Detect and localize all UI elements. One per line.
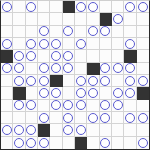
circle-mark	[63, 100, 73, 110]
cell-r11c10[interactable]	[124, 137, 136, 149]
cell-r10c4[interactable]	[50, 124, 62, 136]
circle-mark	[125, 39, 135, 49]
cell-r9c6[interactable]	[75, 112, 87, 124]
circle-mark	[39, 88, 49, 98]
black-cell-r6c4	[50, 75, 62, 87]
circle-mark	[14, 125, 24, 135]
circle-mark	[88, 2, 98, 12]
cell-r6c2[interactable]	[26, 75, 38, 87]
circle-mark	[14, 138, 24, 148]
cell-r5c6[interactable]	[75, 63, 87, 75]
cell-r8c10[interactable]	[124, 100, 136, 112]
circle-mark	[76, 76, 86, 86]
cell-r7c5[interactable]	[63, 87, 75, 99]
cell-r11c0[interactable]	[1, 137, 13, 149]
cell-r11c2[interactable]	[26, 137, 38, 149]
cell-r11c1[interactable]	[13, 137, 25, 149]
cell-r10c5[interactable]	[63, 124, 75, 136]
circle-mark	[51, 100, 61, 110]
cell-r9c3[interactable]	[38, 112, 50, 124]
cell-r5c10[interactable]	[124, 63, 136, 75]
circle-mark	[26, 2, 36, 12]
cell-r4c6[interactable]	[75, 50, 87, 62]
cell-r3c6[interactable]	[75, 38, 87, 50]
cell-r3c4[interactable]	[50, 38, 62, 50]
cell-r6c7[interactable]	[87, 75, 99, 87]
cell-r7c6[interactable]	[75, 87, 87, 99]
cell-r8c7[interactable]	[87, 100, 99, 112]
circle-mark	[14, 76, 24, 86]
cell-r3c0[interactable]	[1, 38, 13, 50]
cell-r5c4[interactable]	[50, 63, 62, 75]
cell-r9c4[interactable]	[50, 112, 62, 124]
cell-r2c1[interactable]	[13, 26, 25, 38]
circle-mark	[39, 76, 49, 86]
cell-r8c4[interactable]	[50, 100, 62, 112]
cell-r9c5[interactable]	[63, 112, 75, 124]
cell-r5c5[interactable]	[63, 63, 75, 75]
cell-r11c4[interactable]	[50, 137, 62, 149]
cell-r8c6[interactable]	[75, 100, 87, 112]
cell-r2c9[interactable]	[112, 26, 124, 38]
circle-mark	[39, 138, 49, 148]
cell-r8c1[interactable]	[13, 100, 25, 112]
circle-mark	[113, 100, 123, 110]
cell-r0c9[interactable]	[112, 1, 124, 13]
circle-mark	[100, 138, 110, 148]
cell-r0c6[interactable]	[75, 1, 87, 13]
cell-r1c3[interactable]	[38, 13, 50, 25]
cell-r8c2[interactable]	[26, 100, 38, 112]
black-cell-r1c8	[100, 13, 112, 25]
circle-mark	[26, 39, 36, 49]
circle-mark	[100, 113, 110, 123]
cell-r10c9[interactable]	[112, 124, 124, 136]
cell-r9c11[interactable]	[137, 112, 149, 124]
cell-r11c3[interactable]	[38, 137, 50, 149]
cell-r11c9[interactable]	[112, 137, 124, 149]
circle-mark	[138, 76, 148, 86]
black-cell-r10c3	[38, 124, 50, 136]
cell-r1c11[interactable]	[137, 13, 149, 25]
circle-mark	[2, 2, 12, 12]
cell-r1c10[interactable]	[124, 13, 136, 25]
cell-r4c11[interactable]	[137, 50, 149, 62]
cell-r2c2[interactable]	[26, 26, 38, 38]
cell-r6c10[interactable]	[124, 75, 136, 87]
cell-r0c7[interactable]	[87, 1, 99, 13]
circle-mark	[113, 63, 123, 73]
cell-r9c10[interactable]	[124, 112, 136, 124]
circle-mark	[2, 39, 12, 49]
circle-mark	[39, 113, 49, 123]
cell-r5c3[interactable]	[38, 63, 50, 75]
cell-r1c0[interactable]	[1, 13, 13, 25]
cell-r9c9[interactable]	[112, 112, 124, 124]
cell-r9c0[interactable]	[1, 112, 13, 124]
black-cell-r4c10	[124, 50, 136, 62]
circle-mark	[39, 26, 49, 36]
circle-mark	[63, 125, 73, 135]
cell-r7c8[interactable]	[100, 87, 112, 99]
circle-mark	[51, 88, 61, 98]
cell-r9c7[interactable]	[87, 112, 99, 124]
circle-mark	[88, 88, 98, 98]
cell-r6c0[interactable]	[1, 75, 13, 87]
cell-r5c9[interactable]	[112, 63, 124, 75]
circle-mark	[14, 63, 24, 73]
cell-r3c3[interactable]	[38, 38, 50, 50]
cell-r8c8[interactable]	[100, 100, 112, 112]
circle-mark	[76, 39, 86, 49]
cell-r2c10[interactable]	[124, 26, 136, 38]
cell-r8c0[interactable]	[1, 100, 13, 112]
cell-r6c1[interactable]	[13, 75, 25, 87]
circle-mark	[76, 125, 86, 135]
circle-mark	[125, 113, 135, 123]
cell-r7c10[interactable]	[124, 87, 136, 99]
cell-r5c11[interactable]	[137, 63, 149, 75]
circle-mark	[76, 88, 86, 98]
cell-r2c5[interactable]	[63, 26, 75, 38]
cell-r9c2[interactable]	[26, 112, 38, 124]
cell-r4c7[interactable]	[87, 50, 99, 62]
cell-r5c1[interactable]	[13, 63, 25, 75]
circle-mark	[26, 100, 36, 110]
circle-mark	[88, 26, 98, 36]
cell-r4c8[interactable]	[100, 50, 112, 62]
cell-r7c4[interactable]	[50, 87, 62, 99]
cell-r0c0[interactable]	[1, 1, 13, 13]
cell-r3c5[interactable]	[63, 38, 75, 50]
cell-r0c4[interactable]	[50, 1, 62, 13]
circle-mark	[39, 63, 49, 73]
circle-mark	[138, 113, 148, 123]
circle-mark	[26, 51, 36, 61]
cell-r8c11[interactable]	[137, 100, 149, 112]
cell-r8c3[interactable]	[38, 100, 50, 112]
cell-r6c9[interactable]	[112, 75, 124, 87]
circle-mark	[51, 51, 61, 61]
circle-mark	[100, 100, 110, 110]
cell-r4c9[interactable]	[112, 50, 124, 62]
cell-r5c0[interactable]	[1, 63, 13, 75]
cell-r2c4[interactable]	[50, 26, 62, 38]
cell-r11c8[interactable]	[100, 137, 112, 149]
cell-r9c1[interactable]	[13, 112, 25, 124]
circle-mark	[76, 100, 86, 110]
cell-r3c11[interactable]	[137, 38, 149, 50]
cell-r1c4[interactable]	[50, 13, 62, 25]
cell-r0c8[interactable]	[100, 1, 112, 13]
circle-mark	[39, 39, 49, 49]
circle-mark	[26, 138, 36, 148]
black-cell-r7c11	[137, 87, 149, 99]
cell-r0c10[interactable]	[124, 1, 136, 13]
cell-r11c7[interactable]	[87, 137, 99, 149]
circle-mark	[125, 88, 135, 98]
cell-r4c1[interactable]	[13, 50, 25, 62]
cell-r3c2[interactable]	[26, 38, 38, 50]
cell-r0c3[interactable]	[38, 1, 50, 13]
circle-mark	[14, 51, 24, 61]
cell-r0c1[interactable]	[13, 1, 25, 13]
cell-r8c5[interactable]	[63, 100, 75, 112]
cell-r3c10[interactable]	[124, 38, 136, 50]
cell-r10c2[interactable]	[26, 124, 38, 136]
cell-r3c9[interactable]	[112, 38, 124, 50]
cell-r7c3[interactable]	[38, 87, 50, 99]
cell-r6c11[interactable]	[137, 75, 149, 87]
circle-mark	[2, 125, 12, 135]
black-cell-r4c0	[1, 50, 13, 62]
circle-mark	[138, 138, 148, 148]
cell-r2c11[interactable]	[137, 26, 149, 38]
cell-r10c7[interactable]	[87, 124, 99, 136]
circle-mark	[2, 63, 12, 73]
cell-r4c3[interactable]	[38, 50, 50, 62]
black-cell-r0c5	[63, 1, 75, 13]
cell-r1c2[interactable]	[26, 13, 38, 25]
cell-r7c7[interactable]	[87, 87, 99, 99]
circle-mark	[63, 51, 73, 61]
cell-r7c0[interactable]	[1, 87, 13, 99]
black-cell-r5c7	[87, 63, 99, 75]
cell-r10c0[interactable]	[1, 124, 13, 136]
circle-mark	[76, 2, 86, 12]
cell-r3c8[interactable]	[100, 38, 112, 50]
cell-r1c9[interactable]	[112, 13, 124, 25]
circle-mark	[100, 26, 110, 36]
cell-r8c9[interactable]	[112, 100, 124, 112]
cell-r10c1[interactable]	[13, 124, 25, 136]
cell-r3c1[interactable]	[13, 38, 25, 50]
circle-mark	[26, 125, 36, 135]
circle-mark	[63, 113, 73, 123]
black-cell-r7c1	[13, 87, 25, 99]
cell-r11c5[interactable]	[63, 137, 75, 149]
circle-mark	[88, 113, 98, 123]
cell-r4c2[interactable]	[26, 50, 38, 62]
cell-r2c8[interactable]	[100, 26, 112, 38]
cell-r4c5[interactable]	[63, 50, 75, 62]
cell-r2c3[interactable]	[38, 26, 50, 38]
cell-r3c7[interactable]	[87, 38, 99, 50]
cell-r10c8[interactable]	[100, 124, 112, 136]
cell-r1c5[interactable]	[63, 13, 75, 25]
circle-mark	[63, 26, 73, 36]
circle-mark	[26, 76, 36, 86]
circle-mark	[14, 100, 24, 110]
cell-r6c6[interactable]	[75, 75, 87, 87]
cell-r5c8[interactable]	[100, 63, 112, 75]
cell-r10c6[interactable]	[75, 124, 87, 136]
cell-r2c6[interactable]	[75, 26, 87, 38]
cell-r1c7[interactable]	[87, 13, 99, 25]
cell-r11c11[interactable]	[137, 137, 149, 149]
circle-mark	[125, 63, 135, 73]
cell-r6c8[interactable]	[100, 75, 112, 87]
circle-mark	[125, 76, 135, 86]
cell-r0c11[interactable]	[137, 1, 149, 13]
circle-mark	[113, 88, 123, 98]
cell-r5c2[interactable]	[26, 63, 38, 75]
cell-r2c7[interactable]	[87, 26, 99, 38]
black-cell-r11c6	[75, 137, 87, 149]
circle-mark	[125, 2, 135, 12]
cell-r6c3[interactable]	[38, 75, 50, 87]
cell-r7c9[interactable]	[112, 87, 124, 99]
circle-mark	[100, 76, 110, 86]
circle-mark	[63, 63, 73, 73]
cell-r1c1[interactable]	[13, 13, 25, 25]
cell-r1c6[interactable]	[75, 13, 87, 25]
cell-r10c11[interactable]	[137, 124, 149, 136]
circle-mark	[88, 76, 98, 86]
circle-mark	[113, 14, 123, 24]
cell-r10c10[interactable]	[124, 124, 136, 136]
puzzle-board	[0, 0, 150, 150]
circle-mark	[51, 39, 61, 49]
cell-r7c2[interactable]	[26, 87, 38, 99]
circle-mark	[51, 63, 61, 73]
cell-r6c5[interactable]	[63, 75, 75, 87]
cell-r0c2[interactable]	[26, 1, 38, 13]
cell-r2c0[interactable]	[1, 26, 13, 38]
cell-r9c8[interactable]	[100, 112, 112, 124]
circle-mark	[100, 63, 110, 73]
circle-mark	[138, 2, 148, 12]
cell-r4c4[interactable]	[50, 50, 62, 62]
